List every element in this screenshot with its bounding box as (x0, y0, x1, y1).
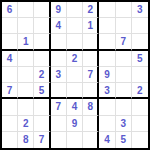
given-cell-r1c6: 2 (83, 2, 99, 18)
empty-cell-r1c7[interactable] (99, 2, 115, 18)
empty-cell-r7c9[interactable] (132, 99, 148, 115)
given-cell-r8c5: 9 (67, 116, 83, 132)
given-cell-r4c5: 2 (67, 51, 83, 67)
given-cell-r6c3: 5 (34, 83, 50, 99)
empty-cell-r4c4[interactable] (51, 51, 67, 67)
empty-cell-r8c6[interactable] (83, 116, 99, 132)
empty-cell-r8c3[interactable] (34, 116, 50, 132)
given-cell-r8c8: 3 (116, 116, 132, 132)
given-cell-r5c7: 9 (99, 67, 115, 83)
empty-cell-r4c7[interactable] (99, 51, 115, 67)
given-cell-r6c1: 7 (2, 83, 18, 99)
given-cell-r5c3: 2 (34, 67, 50, 83)
given-cell-r3c8: 7 (116, 34, 132, 50)
empty-cell-r1c3[interactable] (34, 2, 50, 18)
empty-cell-r9c6[interactable] (83, 132, 99, 148)
empty-cell-r9c5[interactable] (67, 132, 83, 148)
empty-cell-r3c5[interactable] (67, 34, 83, 50)
given-cell-r9c8: 5 (116, 132, 132, 148)
empty-cell-r8c1[interactable] (2, 116, 18, 132)
given-cell-r2c4: 4 (51, 18, 67, 34)
empty-cell-r1c5[interactable] (67, 2, 83, 18)
empty-cell-r2c2[interactable] (18, 18, 34, 34)
given-cell-r5c4: 3 (51, 67, 67, 83)
empty-cell-r5c2[interactable] (18, 67, 34, 83)
empty-cell-r3c9[interactable] (132, 34, 148, 50)
given-cell-r1c4: 9 (51, 2, 67, 18)
empty-cell-r4c8[interactable] (116, 51, 132, 67)
empty-cell-r2c5[interactable] (67, 18, 83, 34)
empty-cell-r5c1[interactable] (2, 67, 18, 83)
given-cell-r4c9: 5 (132, 51, 148, 67)
empty-cell-r9c9[interactable] (132, 132, 148, 148)
empty-cell-r2c8[interactable] (116, 18, 132, 34)
empty-cell-r4c3[interactable] (34, 51, 50, 67)
given-cell-r1c9: 3 (132, 2, 148, 18)
empty-cell-r5c9[interactable] (132, 67, 148, 83)
given-cell-r7c4: 7 (51, 99, 67, 115)
given-cell-r1c1: 6 (2, 2, 18, 18)
given-cell-r7c6: 8 (83, 99, 99, 115)
empty-cell-r7c3[interactable] (34, 99, 50, 115)
empty-cell-r6c5[interactable] (67, 83, 83, 99)
empty-cell-r2c9[interactable] (132, 18, 148, 34)
given-cell-r4c1: 4 (2, 51, 18, 67)
given-cell-r7c5: 4 (67, 99, 83, 115)
empty-cell-r4c2[interactable] (18, 51, 34, 67)
given-cell-r8c2: 2 (18, 116, 34, 132)
empty-cell-r3c7[interactable] (99, 34, 115, 50)
empty-cell-r2c7[interactable] (99, 18, 115, 34)
empty-cell-r8c4[interactable] (51, 116, 67, 132)
empty-cell-r5c8[interactable] (116, 67, 132, 83)
empty-cell-r2c3[interactable] (34, 18, 50, 34)
empty-cell-r1c8[interactable] (116, 2, 132, 18)
given-cell-r2c6: 1 (83, 18, 99, 34)
empty-cell-r7c1[interactable] (2, 99, 18, 115)
given-cell-r6c7: 3 (99, 83, 115, 99)
empty-cell-r5c5[interactable] (67, 67, 83, 83)
empty-cell-r9c1[interactable] (2, 132, 18, 148)
empty-cell-r6c4[interactable] (51, 83, 67, 99)
empty-cell-r7c7[interactable] (99, 99, 115, 115)
empty-cell-r6c6[interactable] (83, 83, 99, 99)
empty-cell-r6c8[interactable] (116, 83, 132, 99)
empty-cell-r6c2[interactable] (18, 83, 34, 99)
empty-cell-r3c6[interactable] (83, 34, 99, 50)
given-cell-r3c2: 1 (18, 34, 34, 50)
empty-cell-r4c6[interactable] (83, 51, 99, 67)
empty-cell-r8c9[interactable] (132, 116, 148, 132)
given-cell-r5c6: 7 (83, 67, 99, 83)
given-cell-r6c9: 2 (132, 83, 148, 99)
given-cell-r9c7: 4 (99, 132, 115, 148)
sudoku-board: 69234117425237975327482938745 (0, 0, 150, 150)
given-cell-r9c2: 8 (18, 132, 34, 148)
empty-cell-r1c2[interactable] (18, 2, 34, 18)
empty-cell-r7c8[interactable] (116, 99, 132, 115)
empty-cell-r3c4[interactable] (51, 34, 67, 50)
empty-cell-r3c3[interactable] (34, 34, 50, 50)
empty-cell-r3c1[interactable] (2, 34, 18, 50)
empty-cell-r7c2[interactable] (18, 99, 34, 115)
empty-cell-r8c7[interactable] (99, 116, 115, 132)
given-cell-r9c3: 7 (34, 132, 50, 148)
empty-cell-r9c4[interactable] (51, 132, 67, 148)
empty-cell-r2c1[interactable] (2, 18, 18, 34)
